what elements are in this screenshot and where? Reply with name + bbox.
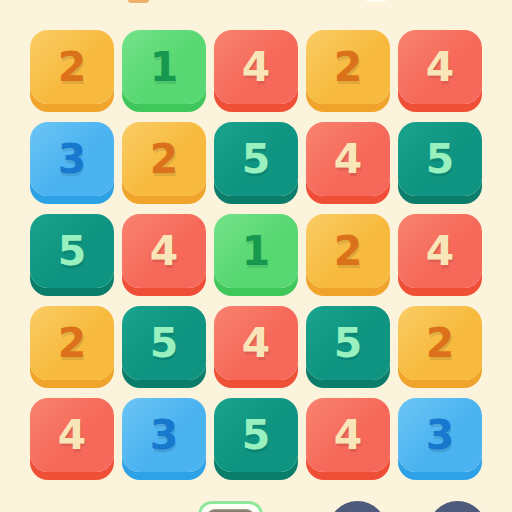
tile-number: 2: [150, 139, 179, 180]
tile-number: 3: [150, 415, 179, 456]
tile-number: 4: [58, 415, 87, 456]
tile-number: 5: [426, 139, 455, 180]
cutoff-top-element: [366, 0, 386, 2]
tile-number: 4: [150, 231, 179, 272]
tile-number: 4: [426, 231, 455, 272]
tile-number: 3: [426, 415, 455, 456]
tile-number: 5: [334, 323, 363, 364]
tile-r5c2-blue-3[interactable]: 3: [122, 398, 206, 472]
tile-r3c1-teal-5[interactable]: 5: [30, 214, 114, 288]
bottom-button-1[interactable]: [328, 501, 387, 512]
tile-number: 2: [426, 323, 455, 364]
tile-number: 1: [150, 47, 179, 88]
tile-r4c2-teal-5[interactable]: 5: [122, 306, 206, 380]
tile-board: 2142432545541242545243543: [30, 30, 482, 480]
tile-number: 2: [58, 47, 87, 88]
tile-number: 4: [242, 323, 271, 364]
tile-number: 4: [242, 47, 271, 88]
tile-number: 3: [58, 139, 87, 180]
tile-r5c1-red-4[interactable]: 4: [30, 398, 114, 472]
tile-r3c3-green-1[interactable]: 1: [214, 214, 298, 288]
tile-number: 1: [242, 231, 271, 272]
tile-r5c5-blue-3[interactable]: 3: [398, 398, 482, 472]
tile-r1c5-red-4[interactable]: 4: [398, 30, 482, 104]
tile-r5c3-teal-5[interactable]: 5: [214, 398, 298, 472]
cutoff-top-element-icon: [128, 0, 149, 3]
tile-number: 2: [334, 47, 363, 88]
tile-r1c3-red-4[interactable]: 4: [214, 30, 298, 104]
tile-r2c4-red-4[interactable]: 4: [306, 122, 390, 196]
tile-number: 4: [334, 415, 363, 456]
tile-r2c2-yellow-2[interactable]: 2: [122, 122, 206, 196]
tile-r1c4-yellow-2[interactable]: 2: [306, 30, 390, 104]
tile-r3c4-yellow-2[interactable]: 2: [306, 214, 390, 288]
tile-r2c3-teal-5[interactable]: 5: [214, 122, 298, 196]
tile-number: 5: [58, 231, 87, 272]
tile-r4c3-red-4[interactable]: 4: [214, 306, 298, 380]
tile-r5c4-red-4[interactable]: 4: [306, 398, 390, 472]
tile-r3c2-red-4[interactable]: 4: [122, 214, 206, 288]
tile-number: 5: [242, 139, 271, 180]
tile-number: 5: [150, 323, 179, 364]
tile-r4c5-yellow-2[interactable]: 2: [398, 306, 482, 380]
tile-number: 4: [426, 47, 455, 88]
next-tile-slot[interactable]: [198, 501, 263, 512]
tile-r2c1-blue-3[interactable]: 3: [30, 122, 114, 196]
tile-number: 2: [334, 231, 363, 272]
tile-r4c1-yellow-2[interactable]: 2: [30, 306, 114, 380]
tile-number: 5: [242, 415, 271, 456]
tile-number: 4: [334, 139, 363, 180]
tile-number: 2: [58, 323, 87, 364]
tile-r2c5-teal-5[interactable]: 5: [398, 122, 482, 196]
tile-r4c4-teal-5[interactable]: 5: [306, 306, 390, 380]
tile-r1c1-yellow-2[interactable]: 2: [30, 30, 114, 104]
tile-r1c2-green-1[interactable]: 1: [122, 30, 206, 104]
bottom-button-2[interactable]: [428, 501, 487, 512]
tile-r3c5-red-4[interactable]: 4: [398, 214, 482, 288]
